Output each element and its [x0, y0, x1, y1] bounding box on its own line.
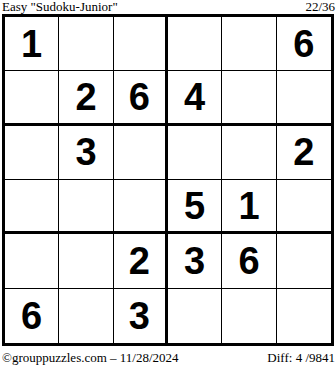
- cell-r6c1: 6: [5, 289, 59, 343]
- cell-r1c6: 6: [277, 17, 331, 71]
- cell-r5c6[interactable]: [277, 234, 331, 288]
- cell-r2c6[interactable]: [277, 71, 331, 125]
- cell-r1c4[interactable]: [168, 17, 222, 71]
- cell-r4c6[interactable]: [277, 180, 331, 234]
- cell-r2c3: 6: [114, 71, 168, 125]
- cell-r1c3[interactable]: [114, 17, 168, 71]
- sudoku-board: 1 6 2 6 4 3 2 5 1 2 3 6 6 3: [2, 14, 334, 346]
- cell-r4c1[interactable]: [5, 180, 59, 234]
- cell-r1c1: 1: [5, 17, 59, 71]
- cell-r1c2[interactable]: [59, 17, 113, 71]
- cell-r4c4: 5: [168, 180, 222, 234]
- cell-r5c2[interactable]: [59, 234, 113, 288]
- cell-r3c2: 3: [59, 126, 113, 180]
- cell-r3c6: 2: [277, 126, 331, 180]
- cell-r6c5[interactable]: [222, 289, 276, 343]
- cell-r5c1[interactable]: [5, 234, 59, 288]
- footer: ©grouppuzzles.com – 11/28/2024 Diff: 4 /…: [2, 351, 335, 365]
- cell-r4c2[interactable]: [59, 180, 113, 234]
- header: Easy "Sudoku-Junior" 22/36: [2, 0, 335, 14]
- cell-r5c4: 3: [168, 234, 222, 288]
- cell-r3c3[interactable]: [114, 126, 168, 180]
- cell-r5c5: 6: [222, 234, 276, 288]
- cell-r6c3: 3: [114, 289, 168, 343]
- cell-r2c5[interactable]: [222, 71, 276, 125]
- cell-r6c2[interactable]: [59, 289, 113, 343]
- cell-r1c5[interactable]: [222, 17, 276, 71]
- difficulty-rating: Diff: 4 /9841: [267, 351, 335, 365]
- cell-r2c1[interactable]: [5, 71, 59, 125]
- cell-r2c4: 4: [168, 71, 222, 125]
- cell-r6c4[interactable]: [168, 289, 222, 343]
- puzzle-title: Easy "Sudoku-Junior": [2, 0, 118, 14]
- cell-r2c2: 2: [59, 71, 113, 125]
- copyright-date: ©grouppuzzles.com – 11/28/2024: [2, 351, 179, 365]
- empty-cell-counter: 22/36: [305, 0, 335, 14]
- cell-r3c5[interactable]: [222, 126, 276, 180]
- cell-r5c3: 2: [114, 234, 168, 288]
- cell-r3c4[interactable]: [168, 126, 222, 180]
- cell-r4c3[interactable]: [114, 180, 168, 234]
- cell-r6c6[interactable]: [277, 289, 331, 343]
- cell-r4c5: 1: [222, 180, 276, 234]
- cell-r3c1[interactable]: [5, 126, 59, 180]
